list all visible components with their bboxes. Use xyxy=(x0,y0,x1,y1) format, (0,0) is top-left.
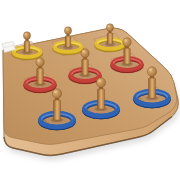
peg-knob[interactable] xyxy=(123,38,131,47)
peg-shaft[interactable] xyxy=(65,36,71,47)
peg-knob[interactable] xyxy=(147,67,156,77)
peg-shaft[interactable] xyxy=(24,41,30,52)
peg-knob-highlight xyxy=(98,79,101,82)
peg-knob-highlight xyxy=(25,33,28,35)
peg-knob[interactable] xyxy=(23,32,30,40)
peg-shaft[interactable] xyxy=(124,48,131,64)
peg-knob-highlight xyxy=(54,90,57,93)
peg-knob[interactable] xyxy=(96,78,105,88)
peg-knob[interactable] xyxy=(36,58,44,67)
peg-shaft[interactable] xyxy=(107,33,113,44)
peg-knob-highlight xyxy=(66,28,69,30)
peg-knob[interactable] xyxy=(52,89,61,99)
peg-knob-highlight xyxy=(124,39,127,42)
peg-knob-highlight xyxy=(108,25,111,27)
peg-knob[interactable] xyxy=(106,24,113,32)
peg-shaft[interactable] xyxy=(98,89,105,109)
scene-svg xyxy=(0,0,180,180)
peg-shaft[interactable] xyxy=(37,68,44,84)
peg-knob[interactable] xyxy=(64,27,71,35)
peg-shaft[interactable] xyxy=(149,78,156,98)
peg-knob-highlight xyxy=(149,68,152,71)
peg-shaft[interactable] xyxy=(54,100,61,120)
peg-knob-highlight xyxy=(37,59,40,62)
peg-shaft[interactable] xyxy=(82,59,89,75)
peg-knob[interactable] xyxy=(81,49,89,58)
ring-toss-board-photo xyxy=(0,0,180,180)
peg-knob-highlight xyxy=(82,50,85,53)
